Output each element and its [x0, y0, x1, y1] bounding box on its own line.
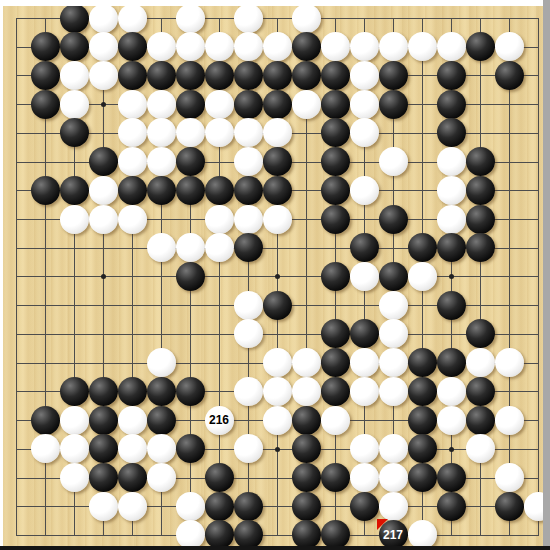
star-point: [449, 447, 454, 452]
white-stone[interactable]: [234, 319, 263, 348]
white-stone[interactable]: [495, 32, 524, 61]
white-stone[interactable]: [118, 118, 147, 147]
white-stone[interactable]: [350, 176, 379, 205]
black-stone[interactable]: [292, 32, 321, 61]
star-point: [275, 447, 280, 452]
white-stone[interactable]: [350, 32, 379, 61]
bottom-edge-strip: [0, 546, 550, 550]
white-stone[interactable]: [205, 205, 234, 234]
white-stone[interactable]: [321, 406, 350, 435]
white-stone[interactable]: [234, 205, 263, 234]
black-stone[interactable]: [466, 319, 495, 348]
black-stone[interactable]: [31, 176, 60, 205]
white-stone[interactable]: [176, 4, 205, 33]
black-stone[interactable]: [31, 61, 60, 90]
black-stone[interactable]: [176, 90, 205, 119]
white-stone[interactable]: [466, 434, 495, 463]
black-stone[interactable]: [118, 176, 147, 205]
white-stone[interactable]: [292, 348, 321, 377]
black-stone[interactable]: [437, 118, 466, 147]
black-stone[interactable]: [89, 463, 118, 492]
white-stone[interactable]: [408, 32, 437, 61]
white-stone[interactable]: [234, 291, 263, 320]
black-stone[interactable]: [321, 61, 350, 90]
black-stone[interactable]: [234, 176, 263, 205]
star-point: [101, 102, 106, 107]
white-stone[interactable]: [437, 32, 466, 61]
white-stone[interactable]: [263, 406, 292, 435]
black-stone[interactable]: [31, 406, 60, 435]
black-stone[interactable]: [408, 434, 437, 463]
star-point: [275, 274, 280, 279]
black-stone[interactable]: [205, 463, 234, 492]
black-stone[interactable]: [466, 176, 495, 205]
black-stone[interactable]: [321, 262, 350, 291]
white-stone[interactable]: [379, 463, 408, 492]
black-stone[interactable]: [118, 463, 147, 492]
white-stone[interactable]: [234, 147, 263, 176]
black-stone[interactable]: [234, 90, 263, 119]
grid-line-horizontal: [16, 334, 539, 335]
white-stone[interactable]: [147, 32, 176, 61]
black-stone[interactable]: [147, 61, 176, 90]
white-stone[interactable]: [495, 406, 524, 435]
go-board[interactable]: 216217: [0, 0, 550, 550]
left-margin: [0, 0, 3, 550]
white-stone[interactable]: [147, 147, 176, 176]
white-stone[interactable]: [89, 4, 118, 33]
black-stone[interactable]: [292, 406, 321, 435]
white-stone[interactable]: [379, 492, 408, 521]
black-stone[interactable]: [350, 319, 379, 348]
black-stone[interactable]: [437, 90, 466, 119]
white-stone[interactable]: [350, 434, 379, 463]
black-stone[interactable]: [234, 492, 263, 521]
white-stone[interactable]: [147, 348, 176, 377]
black-stone[interactable]: [147, 176, 176, 205]
white-stone[interactable]: [437, 377, 466, 406]
black-stone[interactable]: [495, 492, 524, 521]
white-stone[interactable]: [205, 90, 234, 119]
black-stone[interactable]: [466, 205, 495, 234]
black-stone[interactable]: [60, 4, 89, 33]
black-stone[interactable]: [466, 32, 495, 61]
black-stone[interactable]: [263, 291, 292, 320]
white-stone[interactable]: [176, 118, 205, 147]
white-stone[interactable]: [147, 118, 176, 147]
white-stone[interactable]: [60, 90, 89, 119]
white-stone[interactable]: [118, 4, 147, 33]
black-stone[interactable]: [408, 348, 437, 377]
white-stone[interactable]: [147, 463, 176, 492]
black-stone[interactable]: [350, 233, 379, 262]
black-stone[interactable]: [234, 233, 263, 262]
black-stone[interactable]: [408, 463, 437, 492]
black-stone[interactable]: [321, 319, 350, 348]
white-stone[interactable]: [263, 32, 292, 61]
black-stone[interactable]: [408, 377, 437, 406]
black-stone[interactable]: [292, 492, 321, 521]
white-stone[interactable]: [350, 90, 379, 119]
white-stone[interactable]: [437, 406, 466, 435]
black-stone[interactable]: [118, 377, 147, 406]
white-stone[interactable]: [176, 233, 205, 262]
black-stone[interactable]: [263, 90, 292, 119]
black-stone[interactable]: [118, 61, 147, 90]
black-stone[interactable]: [321, 463, 350, 492]
white-stone[interactable]: [205, 32, 234, 61]
black-stone[interactable]: [379, 61, 408, 90]
white-stone[interactable]: [350, 348, 379, 377]
white-stone[interactable]: [437, 205, 466, 234]
black-stone[interactable]: [263, 61, 292, 90]
grid-line-horizontal: [16, 535, 539, 536]
white-stone[interactable]: [321, 32, 350, 61]
black-stone[interactable]: [234, 61, 263, 90]
black-stone[interactable]: [379, 205, 408, 234]
move-number-label: 216: [209, 414, 229, 426]
white-stone[interactable]: [205, 233, 234, 262]
white-stone[interactable]: [176, 32, 205, 61]
black-stone[interactable]: [176, 147, 205, 176]
black-stone[interactable]: [205, 176, 234, 205]
white-stone[interactable]: [118, 406, 147, 435]
black-stone[interactable]: [176, 61, 205, 90]
black-stone[interactable]: [176, 434, 205, 463]
right-edge-strip: [543, 0, 550, 550]
black-stone[interactable]: [31, 32, 60, 61]
white-stone[interactable]: [263, 205, 292, 234]
black-stone[interactable]: [292, 463, 321, 492]
black-stone[interactable]: [89, 406, 118, 435]
white-stone[interactable]: [234, 32, 263, 61]
white-stone[interactable]: [234, 434, 263, 463]
grid-line-vertical: [509, 18, 510, 535]
white-stone[interactable]: [60, 434, 89, 463]
black-stone[interactable]: [89, 434, 118, 463]
black-stone[interactable]: [437, 492, 466, 521]
white-stone[interactable]: [60, 406, 89, 435]
white-stone[interactable]: [350, 463, 379, 492]
black-stone[interactable]: [176, 262, 205, 291]
white-stone[interactable]: [234, 118, 263, 147]
white-stone[interactable]: [234, 377, 263, 406]
white-stone[interactable]: [437, 176, 466, 205]
black-stone[interactable]: [292, 61, 321, 90]
white-stone[interactable]: [292, 4, 321, 33]
move-number-label: 217: [383, 529, 403, 541]
black-stone[interactable]: [176, 377, 205, 406]
white-stone[interactable]: [263, 118, 292, 147]
white-stone[interactable]: [466, 348, 495, 377]
white-stone[interactable]: [379, 291, 408, 320]
black-stone[interactable]: [321, 348, 350, 377]
white-stone[interactable]: [408, 262, 437, 291]
black-stone[interactable]: [437, 348, 466, 377]
white-stone[interactable]: [118, 434, 147, 463]
black-stone[interactable]: [60, 377, 89, 406]
black-stone[interactable]: [89, 147, 118, 176]
star-point: [101, 274, 106, 279]
white-stone[interactable]: [379, 147, 408, 176]
white-stone[interactable]: [118, 147, 147, 176]
white-stone[interactable]: [89, 176, 118, 205]
white-stone[interactable]: [89, 205, 118, 234]
black-stone[interactable]: [437, 463, 466, 492]
white-stone[interactable]: [350, 262, 379, 291]
black-stone[interactable]: [263, 147, 292, 176]
black-stone[interactable]: [321, 118, 350, 147]
white-stone[interactable]: [350, 61, 379, 90]
white-stone[interactable]: [176, 492, 205, 521]
black-stone[interactable]: [205, 492, 234, 521]
black-stone[interactable]: [379, 262, 408, 291]
white-stone[interactable]: [118, 492, 147, 521]
black-stone[interactable]: [205, 61, 234, 90]
white-stone[interactable]: [292, 377, 321, 406]
white-stone[interactable]: [147, 90, 176, 119]
black-stone[interactable]: [437, 233, 466, 262]
white-stone[interactable]: [118, 205, 147, 234]
black-stone[interactable]: [321, 205, 350, 234]
black-stone[interactable]: [292, 434, 321, 463]
white-stone[interactable]: [495, 348, 524, 377]
black-stone[interactable]: [31, 90, 60, 119]
black-stone[interactable]: [495, 61, 524, 90]
white-stone[interactable]: [379, 434, 408, 463]
black-stone[interactable]: [89, 377, 118, 406]
star-point: [449, 274, 454, 279]
black-stone[interactable]: [118, 32, 147, 61]
white-stone[interactable]: [379, 377, 408, 406]
black-stone[interactable]: [176, 176, 205, 205]
black-stone[interactable]: [321, 147, 350, 176]
white-stone[interactable]: [379, 32, 408, 61]
black-stone[interactable]: [466, 377, 495, 406]
white-stone[interactable]: [147, 233, 176, 262]
red-triangle-marker: [377, 519, 388, 530]
white-stone[interactable]: [350, 118, 379, 147]
top-margin: [0, 0, 550, 6]
black-stone[interactable]: [466, 233, 495, 262]
white-stone[interactable]: [379, 348, 408, 377]
white-stone[interactable]: [89, 61, 118, 90]
black-stone[interactable]: [379, 90, 408, 119]
white-stone[interactable]: [147, 434, 176, 463]
white-stone[interactable]: [234, 4, 263, 33]
black-stone[interactable]: [263, 176, 292, 205]
black-stone[interactable]: [437, 291, 466, 320]
black-stone[interactable]: [437, 61, 466, 90]
grid-line-vertical: [538, 18, 539, 535]
black-stone[interactable]: [321, 176, 350, 205]
white-stone[interactable]: [60, 463, 89, 492]
white-stone[interactable]: [437, 147, 466, 176]
white-stone[interactable]: [31, 434, 60, 463]
white-stone[interactable]: [263, 348, 292, 377]
black-stone[interactable]: [321, 377, 350, 406]
white-stone[interactable]: [60, 205, 89, 234]
white-stone[interactable]: [379, 319, 408, 348]
black-stone[interactable]: [60, 118, 89, 147]
black-stone[interactable]: [466, 147, 495, 176]
black-stone[interactable]: [60, 32, 89, 61]
black-stone[interactable]: [321, 90, 350, 119]
white-stone[interactable]: [495, 463, 524, 492]
white-stone[interactable]: [118, 90, 147, 119]
black-stone[interactable]: [350, 492, 379, 521]
white-stone[interactable]: [89, 492, 118, 521]
white-stone[interactable]: [205, 118, 234, 147]
black-stone[interactable]: [60, 176, 89, 205]
black-stone[interactable]: [147, 406, 176, 435]
white-stone[interactable]: [60, 61, 89, 90]
white-stone[interactable]: [89, 32, 118, 61]
white-stone[interactable]: 216: [205, 406, 234, 435]
black-stone[interactable]: [147, 377, 176, 406]
white-stone[interactable]: [263, 377, 292, 406]
black-stone[interactable]: [408, 406, 437, 435]
go-board-capture: 216217: [0, 0, 550, 550]
white-stone[interactable]: [292, 90, 321, 119]
black-stone[interactable]: [408, 233, 437, 262]
black-stone[interactable]: [466, 406, 495, 435]
white-stone[interactable]: [350, 377, 379, 406]
